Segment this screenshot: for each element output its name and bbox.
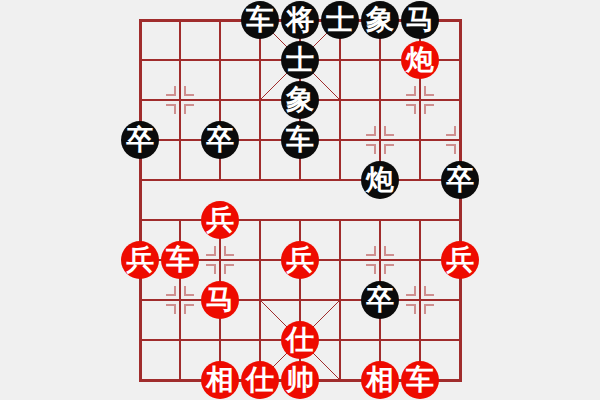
board-point[interactable]: [200, 80, 240, 120]
board-point[interactable]: [440, 360, 480, 400]
board-point[interactable]: [360, 240, 400, 280]
board-point[interactable]: [120, 360, 160, 400]
board-point[interactable]: [400, 280, 440, 320]
board-point[interactable]: [240, 280, 280, 320]
board-point[interactable]: [120, 40, 160, 80]
piece-red-general[interactable]: 帅: [281, 361, 319, 399]
board-point[interactable]: 兵: [440, 240, 480, 280]
piece-black-chariot[interactable]: 车: [241, 1, 279, 39]
board-point[interactable]: 马: [200, 280, 240, 320]
board-point[interactable]: [120, 160, 160, 200]
board-point[interactable]: [240, 160, 280, 200]
piece-red-advisor[interactable]: 仕: [241, 361, 279, 399]
board-point[interactable]: [240, 240, 280, 280]
piece-red-chariot[interactable]: 车: [401, 361, 439, 399]
piece-black-cannon[interactable]: 炮: [361, 161, 399, 199]
board-point[interactable]: [240, 40, 280, 80]
piece-red-elephant[interactable]: 相: [361, 361, 399, 399]
board-point[interactable]: 士: [280, 40, 320, 80]
xiangqi-board: 车将士象马士炮象卒卒车炮卒兵兵车兵兵马卒仕相仕帅相车: [120, 0, 480, 400]
board-point[interactable]: [360, 120, 400, 160]
board-point[interactable]: [440, 200, 480, 240]
piece-red-elephant[interactable]: 相: [201, 361, 239, 399]
board-point[interactable]: [280, 200, 320, 240]
board-point[interactable]: [400, 160, 440, 200]
board-point[interactable]: 象: [360, 0, 400, 40]
board-point[interactable]: 兵: [120, 240, 160, 280]
board-point[interactable]: 马: [400, 0, 440, 40]
board-point[interactable]: [320, 80, 360, 120]
board-point[interactable]: 卒: [440, 160, 480, 200]
piece-black-advisor[interactable]: 士: [281, 41, 319, 79]
board-point[interactable]: [160, 120, 200, 160]
board-point[interactable]: [120, 280, 160, 320]
board-point[interactable]: [200, 40, 240, 80]
board-point[interactable]: [400, 80, 440, 120]
board-point[interactable]: 士: [320, 0, 360, 40]
board-point[interactable]: [400, 240, 440, 280]
board-point[interactable]: [320, 120, 360, 160]
board-point[interactable]: 仕: [280, 320, 320, 360]
piece-red-chariot[interactable]: 车: [161, 241, 199, 279]
board-point[interactable]: [440, 0, 480, 40]
board-point[interactable]: 卒: [360, 280, 400, 320]
piece-black-soldier[interactable]: 卒: [361, 281, 399, 319]
piece-black-general[interactable]: 将: [281, 1, 319, 39]
board-point[interactable]: [400, 200, 440, 240]
board-point[interactable]: [240, 320, 280, 360]
board-point[interactable]: 帅: [280, 360, 320, 400]
board-point[interactable]: [360, 40, 400, 80]
board-point[interactable]: 车: [240, 0, 280, 40]
board-point[interactable]: 相: [360, 360, 400, 400]
piece-red-soldier[interactable]: 兵: [121, 241, 159, 279]
piece-black-soldier[interactable]: 卒: [121, 121, 159, 159]
board-point[interactable]: 象: [280, 80, 320, 120]
board-point[interactable]: [280, 160, 320, 200]
board-point[interactable]: 炮: [360, 160, 400, 200]
board-point[interactable]: [160, 160, 200, 200]
board-point[interactable]: 炮: [400, 40, 440, 80]
board-point[interactable]: 仕: [240, 360, 280, 400]
board-point[interactable]: [320, 280, 360, 320]
board-point[interactable]: [360, 320, 400, 360]
board-point[interactable]: [120, 0, 160, 40]
board-point[interactable]: [320, 320, 360, 360]
board-point[interactable]: [160, 280, 200, 320]
board-point[interactable]: [320, 160, 360, 200]
board-point[interactable]: 卒: [200, 120, 240, 160]
board-point[interactable]: [160, 80, 200, 120]
piece-black-elephant[interactable]: 象: [281, 81, 319, 119]
board-point[interactable]: [160, 0, 200, 40]
board-point[interactable]: [320, 240, 360, 280]
board-point[interactable]: [400, 120, 440, 160]
board-point[interactable]: [120, 80, 160, 120]
piece-black-horse[interactable]: 马: [401, 1, 439, 39]
board-point[interactable]: [320, 200, 360, 240]
board-point[interactable]: 相: [200, 360, 240, 400]
piece-red-soldier[interactable]: 兵: [201, 201, 239, 239]
board-point[interactable]: [160, 320, 200, 360]
board-point[interactable]: [320, 40, 360, 80]
board-point[interactable]: [160, 40, 200, 80]
piece-black-advisor[interactable]: 士: [321, 1, 359, 39]
board-point[interactable]: 车: [400, 360, 440, 400]
board-point[interactable]: [440, 80, 480, 120]
piece-red-advisor[interactable]: 仕: [281, 321, 319, 359]
board-point[interactable]: [440, 40, 480, 80]
board-point[interactable]: [160, 200, 200, 240]
board-point[interactable]: [440, 120, 480, 160]
piece-black-soldier[interactable]: 卒: [441, 161, 479, 199]
board-point[interactable]: 卒: [120, 120, 160, 160]
piece-red-cannon[interactable]: 炮: [401, 41, 439, 79]
board-point[interactable]: 将: [280, 0, 320, 40]
board-point[interactable]: [160, 360, 200, 400]
board-point[interactable]: [280, 280, 320, 320]
board-point[interactable]: [200, 240, 240, 280]
board-point[interactable]: [240, 120, 280, 160]
xiangqi-app-screen: 车将士象马士炮象卒卒车炮卒兵兵车兵兵马卒仕相仕帅相车: [0, 0, 600, 400]
board-point[interactable]: [200, 0, 240, 40]
board-point[interactable]: [360, 80, 400, 120]
board-point[interactable]: [360, 200, 400, 240]
board-point[interactable]: [240, 200, 280, 240]
piece-red-soldier[interactable]: 兵: [441, 241, 479, 279]
piece-red-horse[interactable]: 马: [201, 281, 239, 319]
piece-black-soldier[interactable]: 卒: [201, 121, 239, 159]
board-point[interactable]: 兵: [280, 240, 320, 280]
board-point[interactable]: [320, 360, 360, 400]
piece-black-chariot[interactable]: 车: [281, 121, 319, 159]
board-point[interactable]: [120, 320, 160, 360]
piece-black-elephant[interactable]: 象: [361, 1, 399, 39]
board-point[interactable]: [240, 80, 280, 120]
board-point[interactable]: [440, 280, 480, 320]
board-point[interactable]: 车: [280, 120, 320, 160]
board-point[interactable]: 车: [160, 240, 200, 280]
board-point[interactable]: [440, 320, 480, 360]
board-point[interactable]: [200, 320, 240, 360]
piece-red-soldier[interactable]: 兵: [281, 241, 319, 279]
board-point[interactable]: [200, 160, 240, 200]
board-point[interactable]: [400, 320, 440, 360]
board-point[interactable]: 兵: [200, 200, 240, 240]
board-point[interactable]: [120, 200, 160, 240]
